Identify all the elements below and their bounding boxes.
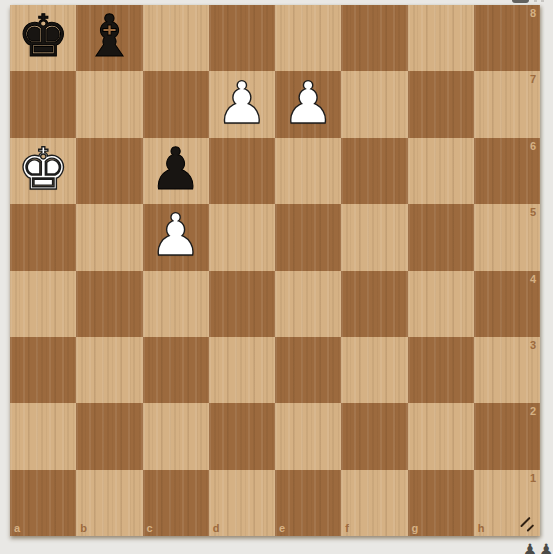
square-c5[interactable]: ♟ xyxy=(143,204,209,270)
rank-label-2: 2 xyxy=(530,405,536,417)
square-h6[interactable]: 6 xyxy=(474,138,540,204)
square-f6[interactable] xyxy=(341,138,407,204)
square-d3[interactable] xyxy=(209,337,275,403)
square-h7[interactable]: 7 xyxy=(474,71,540,137)
square-g4[interactable] xyxy=(408,271,474,337)
square-h4[interactable]: 4 xyxy=(474,271,540,337)
square-e4[interactable] xyxy=(275,271,341,337)
file-label-b: b xyxy=(80,522,87,534)
square-c2[interactable] xyxy=(143,403,209,469)
file-label-c: c xyxy=(147,522,153,534)
square-d5[interactable] xyxy=(209,204,275,270)
square-g5[interactable] xyxy=(408,204,474,270)
square-g2[interactable] xyxy=(408,403,474,469)
square-c8[interactable] xyxy=(143,5,209,71)
rank-label-8: 8 xyxy=(530,7,536,19)
square-e6[interactable] xyxy=(275,138,341,204)
square-f4[interactable] xyxy=(341,271,407,337)
piece-white-pawn[interactable]: ♟ xyxy=(150,206,202,264)
page: ♚♝8♟♟7♚♟6♟5432abcdefgh1 ♟ ♟ xyxy=(0,0,553,554)
square-h2[interactable]: 2 xyxy=(474,403,540,469)
square-c4[interactable] xyxy=(143,271,209,337)
square-h5[interactable]: 5 xyxy=(474,204,540,270)
cropped-toolbar-icon[interactable] xyxy=(512,0,529,3)
square-a8[interactable]: ♚ xyxy=(10,5,76,71)
file-label-e: e xyxy=(279,522,285,534)
cropped-toolbar-marks-icon xyxy=(534,0,548,2)
chess-board: ♚♝8♟♟7♚♟6♟5432abcdefgh1 xyxy=(10,5,540,536)
square-a4[interactable] xyxy=(10,271,76,337)
piece-black-bishop[interactable]: ♝ xyxy=(83,7,135,65)
square-d1[interactable]: d xyxy=(209,470,275,536)
square-a6[interactable]: ♚ xyxy=(10,138,76,204)
square-g3[interactable] xyxy=(408,337,474,403)
square-h8[interactable]: 8 xyxy=(474,5,540,71)
square-c3[interactable] xyxy=(143,337,209,403)
square-b3[interactable] xyxy=(76,337,142,403)
square-b5[interactable] xyxy=(76,204,142,270)
piece-white-pawn[interactable]: ♟ xyxy=(282,74,334,132)
square-d8[interactable] xyxy=(209,5,275,71)
square-f1[interactable]: f xyxy=(341,470,407,536)
rank-label-3: 3 xyxy=(530,339,536,351)
square-e1[interactable]: e xyxy=(275,470,341,536)
square-e7[interactable]: ♟ xyxy=(275,71,341,137)
file-label-f: f xyxy=(345,522,349,534)
square-a1[interactable]: a xyxy=(10,470,76,536)
square-f3[interactable] xyxy=(341,337,407,403)
square-d6[interactable] xyxy=(209,138,275,204)
square-g1[interactable]: g xyxy=(408,470,474,536)
square-e5[interactable] xyxy=(275,204,341,270)
rank-label-1: 1 xyxy=(530,472,536,484)
square-c7[interactable] xyxy=(143,71,209,137)
file-label-g: g xyxy=(412,522,419,534)
square-f7[interactable] xyxy=(341,71,407,137)
square-a2[interactable] xyxy=(10,403,76,469)
square-b2[interactable] xyxy=(76,403,142,469)
square-b7[interactable] xyxy=(76,71,142,137)
square-b1[interactable]: b xyxy=(76,470,142,536)
square-a3[interactable] xyxy=(10,337,76,403)
file-label-h: h xyxy=(478,522,485,534)
square-c1[interactable]: c xyxy=(143,470,209,536)
square-d4[interactable] xyxy=(209,271,275,337)
square-d2[interactable] xyxy=(209,403,275,469)
piece-white-king[interactable]: ♚ xyxy=(17,140,69,198)
pieces-icon[interactable]: ♟ ♟ xyxy=(523,541,553,554)
square-f5[interactable] xyxy=(341,204,407,270)
rank-label-4: 4 xyxy=(530,273,536,285)
square-e3[interactable] xyxy=(275,337,341,403)
square-d7[interactable]: ♟ xyxy=(209,71,275,137)
pawn-icon: ♟ xyxy=(523,542,538,554)
piece-black-king[interactable]: ♚ xyxy=(17,7,69,65)
square-f2[interactable] xyxy=(341,403,407,469)
square-b8[interactable]: ♝ xyxy=(76,5,142,71)
square-a7[interactable] xyxy=(10,71,76,137)
pawn-icon: ♟ xyxy=(539,542,553,554)
rank-label-5: 5 xyxy=(530,206,536,218)
piece-black-pawn[interactable]: ♟ xyxy=(150,140,202,198)
square-g7[interactable] xyxy=(408,71,474,137)
square-h3[interactable]: 3 xyxy=(474,337,540,403)
square-f8[interactable] xyxy=(341,5,407,71)
square-b4[interactable] xyxy=(76,271,142,337)
square-b6[interactable] xyxy=(76,138,142,204)
rank-label-7: 7 xyxy=(530,73,536,85)
board-resize-handle[interactable] xyxy=(514,511,536,533)
file-label-a: a xyxy=(14,522,20,534)
square-g6[interactable] xyxy=(408,138,474,204)
square-c6[interactable]: ♟ xyxy=(143,138,209,204)
square-e2[interactable] xyxy=(275,403,341,469)
square-e8[interactable] xyxy=(275,5,341,71)
piece-white-pawn[interactable]: ♟ xyxy=(216,74,268,132)
square-g8[interactable] xyxy=(408,5,474,71)
file-label-d: d xyxy=(213,522,220,534)
square-a5[interactable] xyxy=(10,204,76,270)
rank-label-6: 6 xyxy=(530,140,536,152)
